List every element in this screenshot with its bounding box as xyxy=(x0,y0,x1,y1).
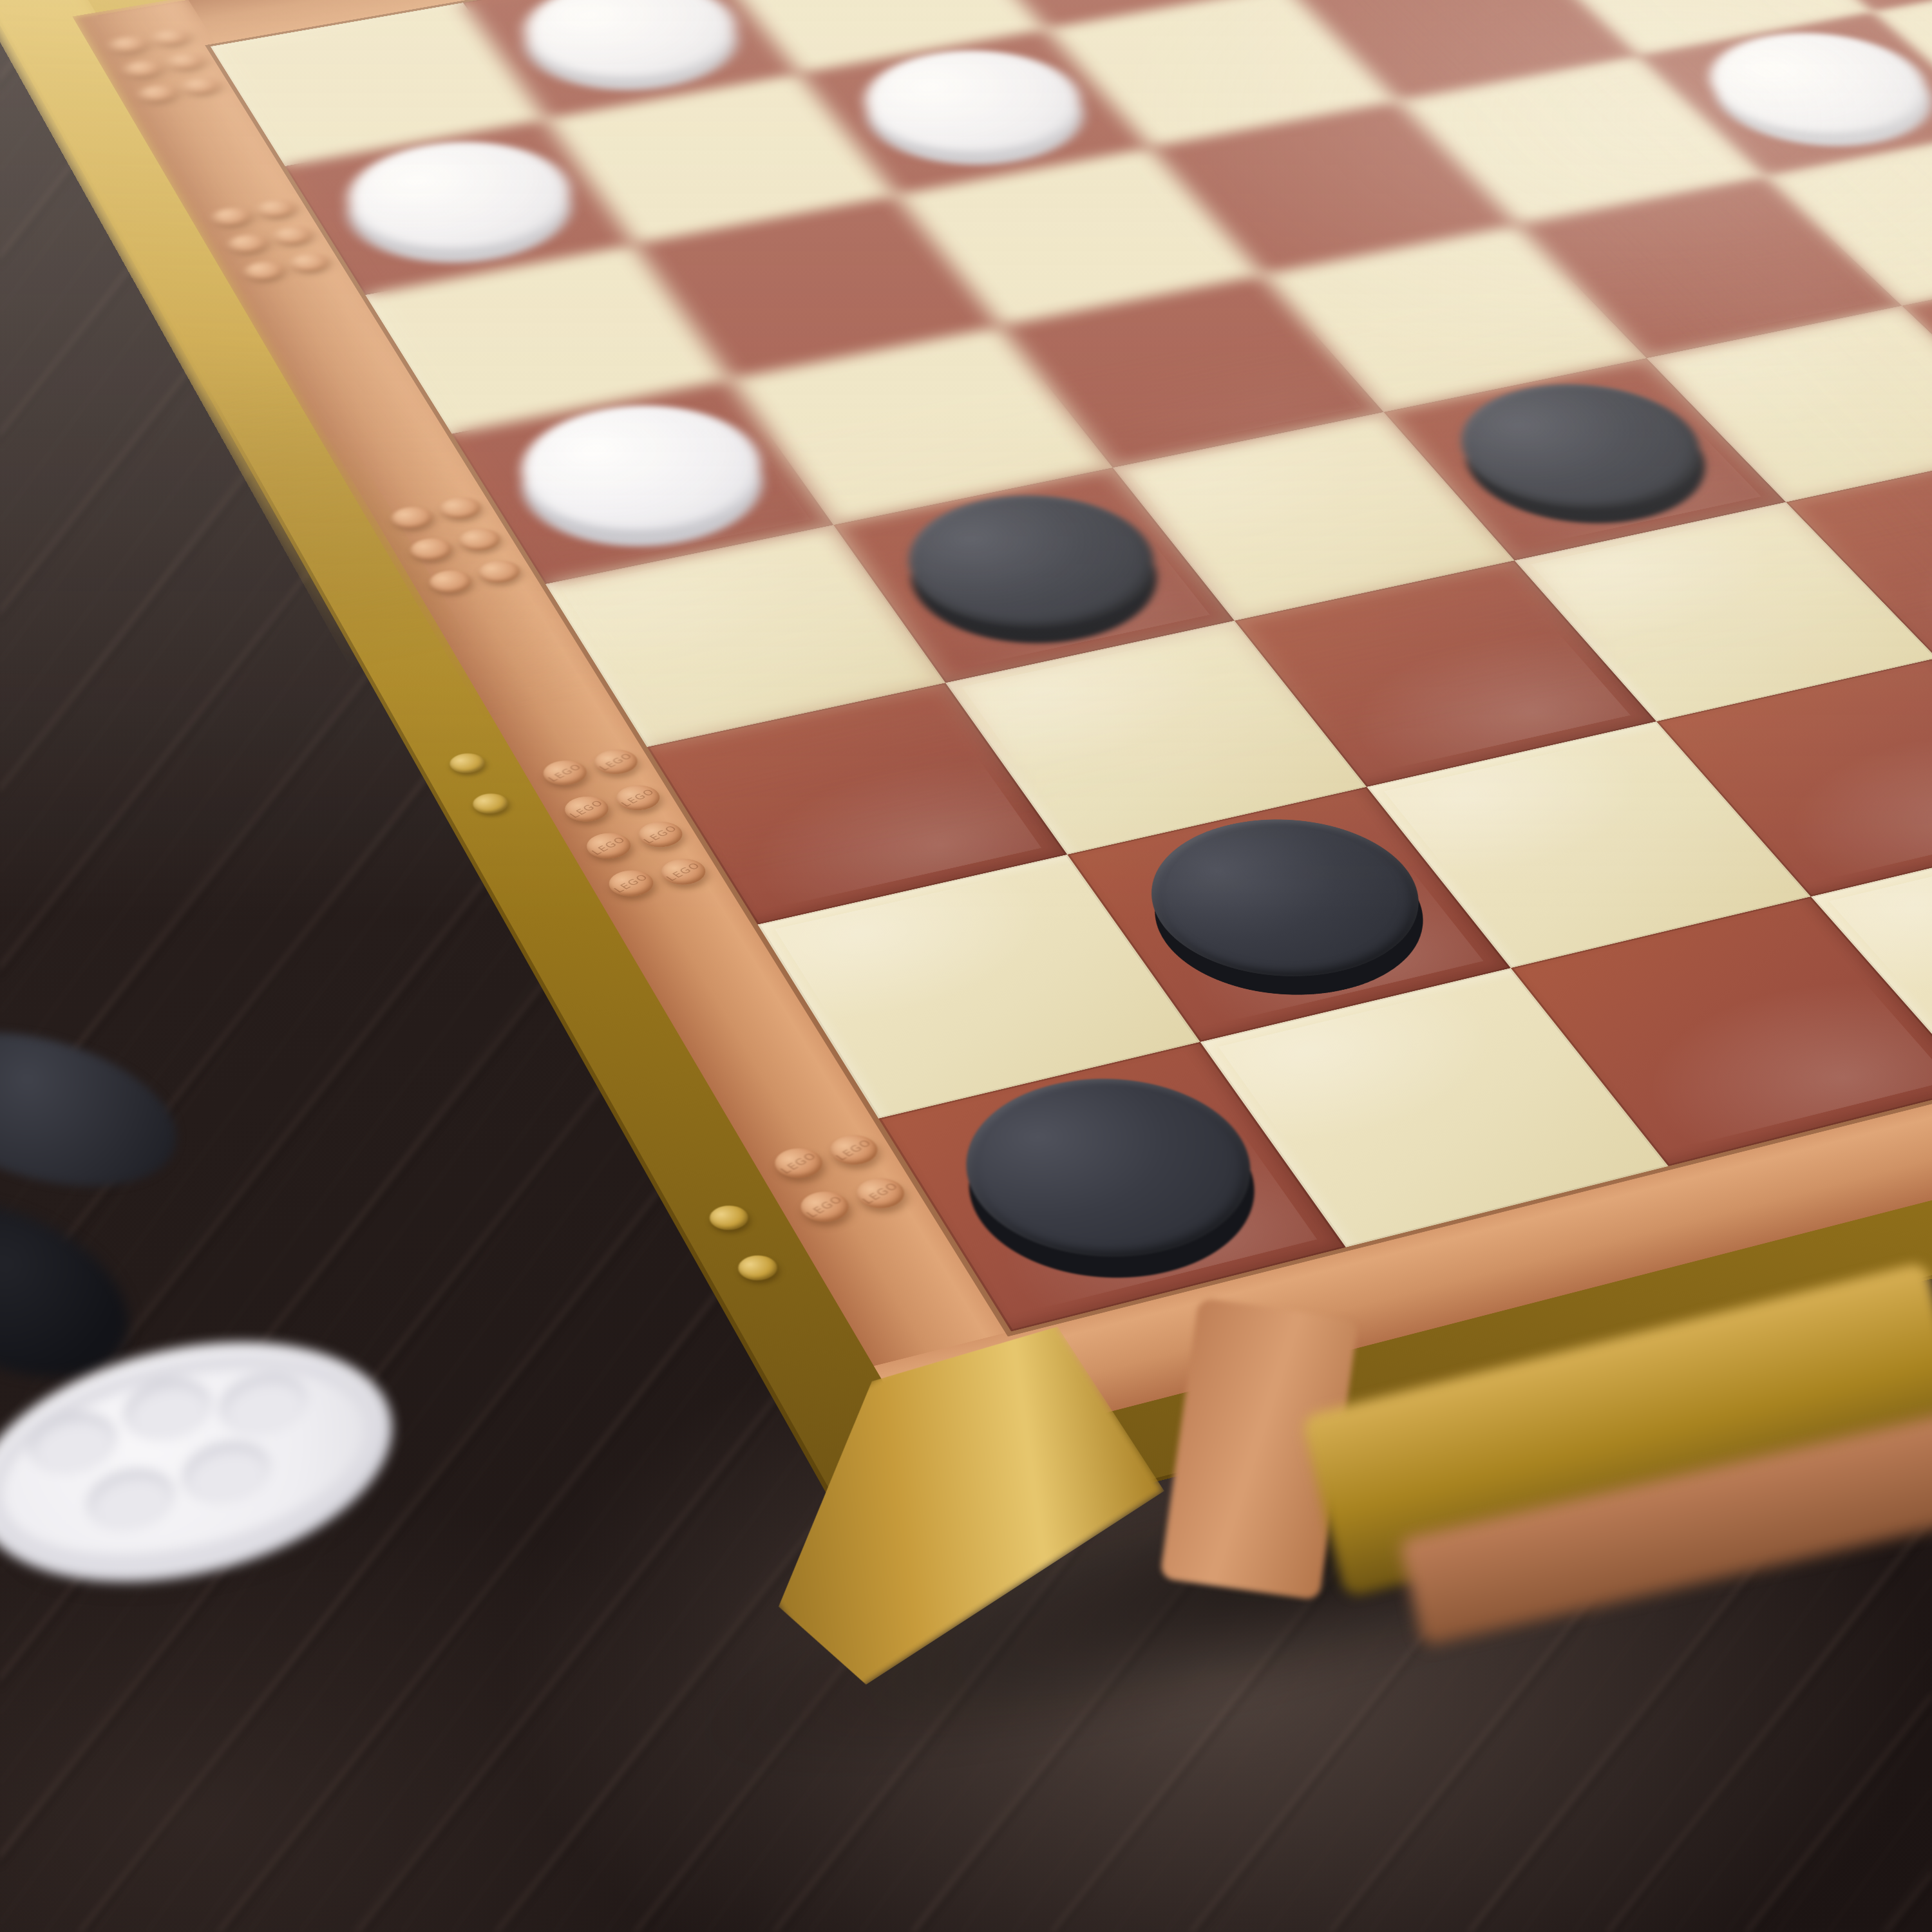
vignette xyxy=(0,0,1932,1932)
page-root: LEGOLEGOLEGOLEGOLEGOLEGOLEGOLEGOLEGOLEGO… xyxy=(0,0,1932,1932)
